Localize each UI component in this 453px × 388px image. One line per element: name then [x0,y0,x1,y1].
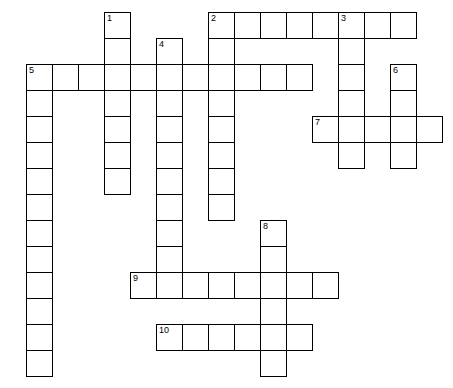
cell-r7c0[interactable] [26,194,53,221]
cell-r9c0[interactable] [26,246,53,273]
cell-r12c10[interactable] [286,324,313,351]
cell-r4c11[interactable]: 7 [312,116,339,143]
cell-r0c12[interactable]: 3 [338,12,365,39]
cell-r2c9[interactable] [260,64,287,91]
cell-r10c10[interactable] [286,272,313,299]
cell-r2c8[interactable] [234,64,261,91]
cell-r2c1[interactable] [52,64,79,91]
cell-r2c2[interactable] [78,64,105,91]
cell-r4c0[interactable] [26,116,53,143]
cell-r8c9[interactable]: 8 [260,220,287,247]
cell-r0c11[interactable] [312,12,339,39]
cell-r3c14[interactable] [390,90,417,117]
cell-r2c7[interactable] [208,64,235,91]
cell-r2c0[interactable]: 5 [26,64,53,91]
cell-r12c6[interactable] [182,324,209,351]
cell-r10c5[interactable] [156,272,183,299]
cell-r6c7[interactable] [208,168,235,195]
cell-r3c0[interactable] [26,90,53,117]
cell-r6c3[interactable] [104,168,131,195]
cell-r3c3[interactable] [104,90,131,117]
cell-r4c14[interactable] [390,116,417,143]
cell-r12c5[interactable]: 10 [156,324,183,351]
cell-r10c11[interactable] [312,272,339,299]
cell-r2c6[interactable] [182,64,209,91]
cell-r4c13[interactable] [364,116,391,143]
cell-r5c7[interactable] [208,142,235,169]
cell-r7c7[interactable] [208,194,235,221]
cell-r0c13[interactable] [364,12,391,39]
cell-r9c5[interactable] [156,246,183,273]
cell-r1c3[interactable] [104,38,131,65]
cell-r10c9[interactable] [260,272,287,299]
cell-r10c6[interactable] [182,272,209,299]
cell-r0c10[interactable] [286,12,313,39]
cell-r11c9[interactable] [260,298,287,325]
cell-r4c5[interactable] [156,116,183,143]
cell-r1c12[interactable] [338,38,365,65]
cell-r13c9[interactable] [260,350,287,377]
cell-r12c8[interactable] [234,324,261,351]
cell-r4c3[interactable] [104,116,131,143]
clue-number-8: 8 [263,222,268,231]
cell-r4c15[interactable] [416,116,443,143]
cell-r10c4[interactable]: 9 [130,272,157,299]
clue-number-10: 10 [159,326,169,335]
cell-r5c14[interactable] [390,142,417,169]
crossword-grid: 12345678910 [0,0,453,388]
cell-r6c5[interactable] [156,168,183,195]
cell-r0c8[interactable] [234,12,261,39]
cell-r5c5[interactable] [156,142,183,169]
clue-number-1: 1 [107,14,112,23]
cell-r4c12[interactable] [338,116,365,143]
cell-r12c7[interactable] [208,324,235,351]
cell-r0c9[interactable] [260,12,287,39]
cell-r10c8[interactable] [234,272,261,299]
clue-number-6: 6 [393,66,398,75]
cell-r0c3[interactable]: 1 [104,12,131,39]
cell-r3c5[interactable] [156,90,183,117]
clue-number-4: 4 [159,40,164,49]
cell-r5c12[interactable] [338,142,365,169]
clue-number-3: 3 [341,14,346,23]
clue-number-7: 7 [315,118,320,127]
clue-number-2: 2 [211,14,216,23]
cell-r13c0[interactable] [26,350,53,377]
cell-r1c5[interactable]: 4 [156,38,183,65]
cell-r0c7[interactable]: 2 [208,12,235,39]
cell-r10c7[interactable] [208,272,235,299]
cell-r3c12[interactable] [338,90,365,117]
cell-r1c7[interactable] [208,38,235,65]
cell-r5c3[interactable] [104,142,131,169]
cell-r12c0[interactable] [26,324,53,351]
cell-r5c0[interactable] [26,142,53,169]
cell-r2c5[interactable] [156,64,183,91]
cell-r10c0[interactable] [26,272,53,299]
cell-r8c0[interactable] [26,220,53,247]
cell-r0c14[interactable] [390,12,417,39]
clue-number-5: 5 [29,66,34,75]
cell-r2c4[interactable] [130,64,157,91]
cell-r2c12[interactable] [338,64,365,91]
cell-r6c0[interactable] [26,168,53,195]
cell-r4c7[interactable] [208,116,235,143]
cell-r2c10[interactable] [286,64,313,91]
cell-r12c9[interactable] [260,324,287,351]
cell-r2c14[interactable]: 6 [390,64,417,91]
cell-r3c7[interactable] [208,90,235,117]
clue-number-9: 9 [133,274,138,283]
cell-r7c5[interactable] [156,194,183,221]
cell-r11c0[interactable] [26,298,53,325]
cell-r2c3[interactable] [104,64,131,91]
cell-r9c9[interactable] [260,246,287,273]
cell-r8c5[interactable] [156,220,183,247]
